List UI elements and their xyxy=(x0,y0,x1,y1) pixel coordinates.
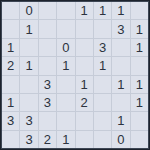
cell-r4c2-clue-1[interactable]: 1 xyxy=(20,57,37,74)
cell-r2c1-empty[interactable] xyxy=(2,20,19,37)
cell-r6c1-clue-1[interactable]: 1 xyxy=(2,94,19,111)
cell-r2c7-clue-3[interactable]: 3 xyxy=(112,20,129,37)
cell-r8c7-clue-0[interactable]: 0 xyxy=(112,131,129,148)
cell-r4c5-empty[interactable] xyxy=(76,57,93,74)
cell-r7c5-empty[interactable] xyxy=(76,112,93,129)
cell-r3c7-empty[interactable] xyxy=(112,39,129,56)
cell-r3c2-empty[interactable] xyxy=(20,39,37,56)
cell-r8c4-clue-1[interactable]: 1 xyxy=(57,131,74,148)
cell-r5c3-clue-3[interactable]: 3 xyxy=(39,76,56,93)
cell-r3c8-clue-1[interactable]: 1 xyxy=(131,39,148,56)
cell-r5c8-clue-1[interactable]: 1 xyxy=(131,76,148,93)
cell-r2c2-clue-1[interactable]: 1 xyxy=(20,20,37,37)
cell-r3c5-empty[interactable] xyxy=(76,39,93,56)
cell-r8c1-empty[interactable] xyxy=(2,131,19,148)
cell-r6c5-clue-2[interactable]: 2 xyxy=(76,94,93,111)
cell-r7c3-empty[interactable] xyxy=(39,112,56,129)
cell-r3c3-empty[interactable] xyxy=(39,39,56,56)
cell-r5c1-empty[interactable] xyxy=(2,76,19,93)
cell-r8c6-empty[interactable] xyxy=(94,131,111,148)
cell-r8c2-clue-3[interactable]: 3 xyxy=(20,131,37,148)
cell-r3c1-clue-1[interactable]: 1 xyxy=(2,39,19,56)
cell-r2c8-clue-1[interactable]: 1 xyxy=(131,20,148,37)
cell-r1c7-clue-1[interactable]: 1 xyxy=(112,2,129,19)
cell-r1c1-empty[interactable] xyxy=(2,2,19,19)
slitherlink-board[interactable]: 011113110312111311113213313210 xyxy=(0,0,150,150)
cell-r8c3-clue-2[interactable]: 2 xyxy=(39,131,56,148)
cell-r2c5-empty[interactable] xyxy=(76,20,93,37)
cell-r6c8-clue-1[interactable]: 1 xyxy=(131,94,148,111)
cell-r1c8-empty[interactable] xyxy=(131,2,148,19)
cell-r5c6-empty[interactable] xyxy=(94,76,111,93)
cell-r7c7-clue-1[interactable]: 1 xyxy=(112,112,129,129)
cell-r5c2-empty[interactable] xyxy=(20,76,37,93)
cell-r4c1-clue-2[interactable]: 2 xyxy=(2,57,19,74)
cell-r5c4-empty[interactable] xyxy=(57,76,74,93)
cell-r6c3-clue-3[interactable]: 3 xyxy=(39,94,56,111)
cell-r6c6-empty[interactable] xyxy=(94,94,111,111)
cell-r4c8-empty[interactable] xyxy=(131,57,148,74)
cell-r7c8-empty[interactable] xyxy=(131,112,148,129)
cell-r3c4-clue-0[interactable]: 0 xyxy=(57,39,74,56)
cell-r4c4-clue-1[interactable]: 1 xyxy=(57,57,74,74)
cell-r7c4-empty[interactable] xyxy=(57,112,74,129)
cell-r4c7-empty[interactable] xyxy=(112,57,129,74)
cell-r2c4-empty[interactable] xyxy=(57,20,74,37)
cell-r7c2-clue-3[interactable]: 3 xyxy=(20,112,37,129)
cell-r3c6-clue-3[interactable]: 3 xyxy=(94,39,111,56)
cell-r6c4-empty[interactable] xyxy=(57,94,74,111)
cell-r5c7-clue-1[interactable]: 1 xyxy=(112,76,129,93)
cell-r1c2-clue-0[interactable]: 0 xyxy=(20,2,37,19)
cell-r8c5-empty[interactable] xyxy=(76,131,93,148)
cell-r6c2-empty[interactable] xyxy=(20,94,37,111)
cell-r1c5-clue-1[interactable]: 1 xyxy=(76,2,93,19)
cell-r8c8-empty[interactable] xyxy=(131,131,148,148)
cell-r1c4-empty[interactable] xyxy=(57,2,74,19)
cell-r2c6-empty[interactable] xyxy=(94,20,111,37)
cell-r6c7-empty[interactable] xyxy=(112,94,129,111)
cell-r4c3-empty[interactable] xyxy=(39,57,56,74)
cell-r7c1-clue-3[interactable]: 3 xyxy=(2,112,19,129)
cell-r7c6-empty[interactable] xyxy=(94,112,111,129)
cell-r4c6-clue-1[interactable]: 1 xyxy=(94,57,111,74)
cell-r5c5-clue-1[interactable]: 1 xyxy=(76,76,93,93)
cell-r1c6-clue-1[interactable]: 1 xyxy=(94,2,111,19)
cell-r1c3-empty[interactable] xyxy=(39,2,56,19)
cell-r2c3-empty[interactable] xyxy=(39,20,56,37)
